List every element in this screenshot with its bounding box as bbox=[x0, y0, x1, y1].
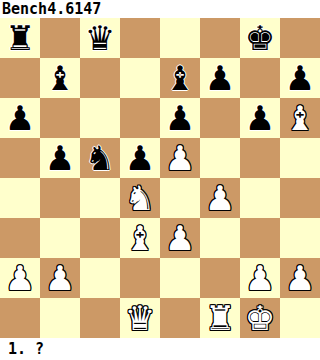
square-e1[interactable] bbox=[160, 298, 200, 338]
white-queen: ♛ bbox=[125, 298, 155, 338]
square-c1[interactable] bbox=[80, 298, 120, 338]
square-d6[interactable] bbox=[120, 98, 160, 138]
square-a6[interactable]: ♟ bbox=[0, 98, 40, 138]
square-b5[interactable]: ♟ bbox=[40, 138, 80, 178]
square-c5[interactable]: ♞ bbox=[80, 138, 120, 178]
black-pawn: ♟ bbox=[45, 138, 75, 178]
white-knight: ♞ bbox=[125, 178, 155, 218]
square-b1[interactable] bbox=[40, 298, 80, 338]
square-b3[interactable] bbox=[40, 218, 80, 258]
square-g6[interactable]: ♟ bbox=[240, 98, 280, 138]
square-f2[interactable] bbox=[200, 258, 240, 298]
square-b6[interactable] bbox=[40, 98, 80, 138]
white-pawn: ♟ bbox=[245, 258, 275, 298]
square-f5[interactable] bbox=[200, 138, 240, 178]
square-d5[interactable]: ♟ bbox=[120, 138, 160, 178]
square-h1[interactable] bbox=[280, 298, 320, 338]
square-a5[interactable] bbox=[0, 138, 40, 178]
white-pawn: ♟ bbox=[165, 138, 195, 178]
square-e4[interactable] bbox=[160, 178, 200, 218]
square-a4[interactable] bbox=[0, 178, 40, 218]
square-b2[interactable]: ♟ bbox=[40, 258, 80, 298]
black-bishop: ♝ bbox=[165, 58, 195, 98]
square-d7[interactable] bbox=[120, 58, 160, 98]
chess-board: ♜♛♚♝♝♟♟♟♟♟♝♟♞♟♟♞♟♝♟♟♟♟♟♛♜♚ bbox=[0, 18, 320, 338]
square-e2[interactable] bbox=[160, 258, 200, 298]
square-g7[interactable] bbox=[240, 58, 280, 98]
square-h8[interactable] bbox=[280, 18, 320, 58]
square-a3[interactable] bbox=[0, 218, 40, 258]
black-pawn: ♟ bbox=[125, 138, 155, 178]
white-pawn: ♟ bbox=[165, 218, 195, 258]
square-h4[interactable] bbox=[280, 178, 320, 218]
white-pawn: ♟ bbox=[285, 258, 315, 298]
square-d8[interactable] bbox=[120, 18, 160, 58]
white-pawn: ♟ bbox=[45, 258, 75, 298]
square-h5[interactable] bbox=[280, 138, 320, 178]
black-queen: ♛ bbox=[85, 18, 115, 58]
square-g1[interactable]: ♚ bbox=[240, 298, 280, 338]
move-prompt: 1. ? bbox=[0, 338, 320, 360]
square-h3[interactable] bbox=[280, 218, 320, 258]
black-pawn: ♟ bbox=[205, 58, 235, 98]
square-h2[interactable]: ♟ bbox=[280, 258, 320, 298]
white-bishop: ♝ bbox=[285, 98, 315, 138]
black-bishop: ♝ bbox=[45, 58, 75, 98]
square-g2[interactable]: ♟ bbox=[240, 258, 280, 298]
square-f3[interactable] bbox=[200, 218, 240, 258]
square-d3[interactable]: ♝ bbox=[120, 218, 160, 258]
square-g3[interactable] bbox=[240, 218, 280, 258]
square-f7[interactable]: ♟ bbox=[200, 58, 240, 98]
square-d2[interactable] bbox=[120, 258, 160, 298]
square-h6[interactable]: ♝ bbox=[280, 98, 320, 138]
square-e3[interactable]: ♟ bbox=[160, 218, 200, 258]
square-f6[interactable] bbox=[200, 98, 240, 138]
black-rook: ♜ bbox=[5, 18, 35, 58]
square-e7[interactable]: ♝ bbox=[160, 58, 200, 98]
square-b8[interactable] bbox=[40, 18, 80, 58]
square-e5[interactable]: ♟ bbox=[160, 138, 200, 178]
black-pawn: ♟ bbox=[285, 58, 315, 98]
square-c2[interactable] bbox=[80, 258, 120, 298]
square-c4[interactable] bbox=[80, 178, 120, 218]
white-bishop: ♝ bbox=[125, 218, 155, 258]
square-d1[interactable]: ♛ bbox=[120, 298, 160, 338]
black-pawn: ♟ bbox=[165, 98, 195, 138]
square-e8[interactable] bbox=[160, 18, 200, 58]
white-pawn: ♟ bbox=[5, 258, 35, 298]
black-pawn: ♟ bbox=[245, 98, 275, 138]
white-rook: ♜ bbox=[205, 298, 235, 338]
square-g5[interactable] bbox=[240, 138, 280, 178]
square-f1[interactable]: ♜ bbox=[200, 298, 240, 338]
square-h7[interactable]: ♟ bbox=[280, 58, 320, 98]
square-a7[interactable] bbox=[0, 58, 40, 98]
square-c8[interactable]: ♛ bbox=[80, 18, 120, 58]
black-knight: ♞ bbox=[85, 138, 115, 178]
square-a1[interactable] bbox=[0, 298, 40, 338]
square-a8[interactable]: ♜ bbox=[0, 18, 40, 58]
square-c3[interactable] bbox=[80, 218, 120, 258]
square-c6[interactable] bbox=[80, 98, 120, 138]
white-king: ♚ bbox=[245, 298, 275, 338]
window-title: Bench4.6147 bbox=[0, 0, 320, 18]
black-pawn: ♟ bbox=[5, 98, 35, 138]
square-g4[interactable] bbox=[240, 178, 280, 218]
square-g8[interactable]: ♚ bbox=[240, 18, 280, 58]
square-f4[interactable]: ♟ bbox=[200, 178, 240, 218]
white-pawn: ♟ bbox=[205, 178, 235, 218]
square-f8[interactable] bbox=[200, 18, 240, 58]
square-b4[interactable] bbox=[40, 178, 80, 218]
square-a2[interactable]: ♟ bbox=[0, 258, 40, 298]
square-e6[interactable]: ♟ bbox=[160, 98, 200, 138]
square-b7[interactable]: ♝ bbox=[40, 58, 80, 98]
square-d4[interactable]: ♞ bbox=[120, 178, 160, 218]
square-c7[interactable] bbox=[80, 58, 120, 98]
black-king: ♚ bbox=[245, 18, 275, 58]
